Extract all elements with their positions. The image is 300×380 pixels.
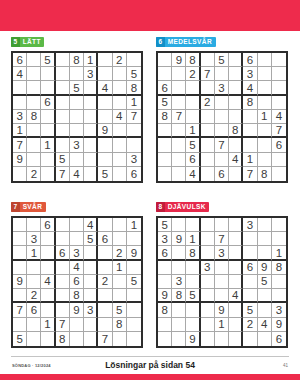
sudoku-cell: 4 [98,81,112,95]
sudoku-cell [215,332,229,346]
sudoku-cell [98,289,112,303]
sudoku-cell [98,110,112,124]
sudoku-cell: 1 [127,96,141,110]
sudoku-cell: 9 [258,261,272,275]
sudoku-cell: 2 [27,167,41,181]
sudoku-cell: 8 [70,289,84,303]
sudoku-cell [186,261,200,275]
sudoku-cell [56,53,70,67]
sudoku-grid-latt: 658124355486138471971395327456 [11,51,143,183]
sudoku-cell [158,332,172,346]
sudoku-cell [56,275,70,289]
sudoku-cell [229,275,243,289]
sudoku-cell [258,53,272,67]
sudoku-cell: 8 [158,303,172,317]
sudoku-cell [113,289,127,303]
sudoku-cell: 5 [258,275,272,289]
sudoku-cell [56,67,70,81]
sudoku-cell [84,81,98,95]
sudoku-cell [127,232,141,246]
sudoku-cell: 5 [84,232,98,246]
bottom-red-bar [0,374,300,380]
sudoku-cell [201,124,215,138]
sudoku-cell: 8 [272,261,286,275]
sudoku-cell: 3 [201,261,215,275]
sudoku-cell: 8 [27,110,41,124]
sudoku-cell [172,81,186,95]
sudoku-cell [41,81,55,95]
sudoku-cell [41,332,55,346]
sudoku-cell [186,218,200,232]
sudoku-cell [127,53,141,67]
sudoku-cell: 7 [127,110,141,124]
sudoku-cell: 8 [70,53,84,67]
sudoku-cell [201,232,215,246]
sudoku-cell [13,289,27,303]
sudoku-cell [272,153,286,167]
sudoku-cell [41,167,55,181]
sudoku-cell [27,53,41,67]
sudoku-cell [201,303,215,317]
sudoku-cell: 6 [272,332,286,346]
sudoku-cell: 2 [243,318,257,332]
sudoku-cell: 4 [243,81,257,95]
sudoku-cell [229,303,243,317]
sudoku-cell [98,67,112,81]
sudoku-cell [56,124,70,138]
sudoku-cell: 3 [215,246,229,260]
sudoku-cell [215,110,229,124]
sudoku-grid-medelsvar: 985627363452887141875766414678 [156,51,288,183]
sudoku-cell: 7 [215,138,229,152]
sudoku-cell [98,53,112,67]
sudoku-cell [113,275,127,289]
difficulty-label: SVÅR [20,202,46,212]
sudoku-cell: 3 [243,218,257,232]
sudoku-cell [215,289,229,303]
sudoku-cell [84,110,98,124]
sudoku-cell [158,138,172,152]
difficulty-number: 8 [156,202,165,212]
sudoku-grid-djavulsk: 533917683136983598548953124996 [156,216,288,348]
sudoku-cell: 1 [258,110,272,124]
sudoku-cell [172,332,186,346]
sudoku-cell: 4 [258,318,272,332]
sudoku-cell [186,81,200,95]
sudoku-cell [41,246,55,260]
sudoku-cell [258,124,272,138]
sudoku-cell [98,96,112,110]
sudoku-cell [258,232,272,246]
sudoku-cell [98,318,112,332]
sudoku-cell [172,124,186,138]
sudoku-cell [272,96,286,110]
sudoku-cell [201,275,215,289]
sudoku-cell [13,81,27,95]
sudoku-cell: 6 [70,275,84,289]
sudoku-cell [158,261,172,275]
sudoku-cell [272,232,286,246]
sudoku-cell [127,124,141,138]
difficulty-number: 7 [11,202,20,212]
sudoku-cell [84,153,98,167]
sudoku-cell: 8 [229,124,243,138]
sudoku-cell [56,232,70,246]
sudoku-cell [229,167,243,181]
sudoku-cell [27,96,41,110]
sudoku-cell [229,138,243,152]
sudoku-cell: 5 [98,167,112,181]
sudoku-cell [215,218,229,232]
sudoku-cell [27,332,41,346]
sudoku-cell: 7 [56,167,70,181]
sudoku-cell [70,124,84,138]
sudoku-cell [98,153,112,167]
sudoku-cell: 9 [215,303,229,317]
sudoku-cell [113,96,127,110]
sudoku-cell: 4 [84,218,98,232]
sudoku-cell [258,153,272,167]
sudoku-cell [215,275,229,289]
sudoku-cell [258,246,272,260]
sudoku-cell [229,110,243,124]
sudoku-cell [41,110,55,124]
sudoku-cell [201,332,215,346]
sudoku-cell [13,218,27,232]
sudoku-cell [201,153,215,167]
sudoku-cell [229,67,243,81]
sudoku-cell [201,318,215,332]
sudoku-cell [113,153,127,167]
sudoku-cell [13,232,27,246]
sudoku-cell [215,96,229,110]
sudoku-cell [70,232,84,246]
difficulty-label: MEDELSVÅR [165,37,216,47]
sudoku-cell [272,289,286,303]
sudoku-cell: 9 [272,318,286,332]
sudoku-cell [186,318,200,332]
sudoku-cell: 3 [127,153,141,167]
sudoku-cell [243,275,257,289]
sudoku-cell [172,246,186,260]
puzzles-area: 5 LÄTT 658124355486138471971395327456 6 … [11,37,288,348]
sudoku-cell [215,261,229,275]
sudoku-cell [27,67,41,81]
sudoku-cell [201,218,215,232]
sudoku-cell: 8 [172,289,186,303]
sudoku-cell: 5 [41,53,55,67]
sudoku-cell [113,124,127,138]
sudoku-cell [201,167,215,181]
sudoku-cell: 6 [41,96,55,110]
sudoku-cell [258,289,272,303]
sudoku-cell: 4 [70,167,84,181]
sudoku-cell: 9 [186,332,200,346]
sudoku-cell [201,110,215,124]
sudoku-cell [158,153,172,167]
sudoku-cell: 5 [158,96,172,110]
puzzle-latt: 5 LÄTT 658124355486138471971395327456 [11,37,143,183]
difficulty-badge-svar: 7 SVÅR [11,202,46,212]
sudoku-cell [13,167,27,181]
sudoku-cell [84,167,98,181]
sudoku-cell [70,218,84,232]
sudoku-cell: 2 [98,275,112,289]
sudoku-cell: 1 [113,261,127,275]
sudoku-cell: 3 [84,303,98,317]
sudoku-cell [84,124,98,138]
sudoku-cell [113,138,127,152]
sudoku-cell: 5 [127,67,141,81]
sudoku-cell: 7 [56,318,70,332]
sudoku-cell [70,318,84,332]
sudoku-cell [272,218,286,232]
sudoku-cell: 3 [70,246,84,260]
sudoku-cell: 8 [243,96,257,110]
difficulty-number: 6 [156,37,165,47]
sudoku-cell [127,318,141,332]
sudoku-cell: 9 [98,124,112,138]
sudoku-cell [13,96,27,110]
sudoku-cell [201,53,215,67]
puzzle-svar: 7 SVÅR 6413561632941946252876935178587 [11,202,143,348]
sudoku-cell [127,332,141,346]
sudoku-cell: 9 [172,53,186,67]
sudoku-cell [13,246,27,260]
sudoku-cell [84,96,98,110]
sudoku-cell: 4 [41,275,55,289]
sudoku-cell [27,275,41,289]
sudoku-cell [27,261,41,275]
sudoku-cell [215,124,229,138]
sudoku-cell [56,289,70,303]
sudoku-cell [158,167,172,181]
sudoku-cell: 4 [229,289,243,303]
sudoku-cell: 9 [127,246,141,260]
sudoku-cell [56,261,70,275]
sudoku-cell [70,110,84,124]
sudoku-cell [243,246,257,260]
sudoku-cell [27,138,41,152]
sudoku-cell [41,232,55,246]
sudoku-cell [127,303,141,317]
sudoku-cell: 9 [70,303,84,317]
difficulty-badge-medelsvar: 6 MEDELSVÅR [156,37,216,47]
sudoku-cell: 5 [56,153,70,167]
sudoku-cell: 6 [243,261,257,275]
sudoku-cell [70,67,84,81]
sudoku-cell: 2 [201,96,215,110]
sudoku-cell [229,332,243,346]
sudoku-cell [172,96,186,110]
sudoku-cell [158,67,172,81]
sudoku-cell: 7 [13,138,27,152]
sudoku-cell: 6 [243,53,257,67]
sudoku-cell [172,261,186,275]
sudoku-cell [127,138,141,152]
sudoku-cell: 4 [229,153,243,167]
sudoku-cell [243,124,257,138]
sudoku-cell: 6 [272,138,286,152]
sudoku-cell: 3 [215,81,229,95]
sudoku-cell: 9 [158,289,172,303]
sudoku-cell [98,261,112,275]
sudoku-cell [41,153,55,167]
sudoku-cell [56,110,70,124]
sudoku-cell: 5 [158,218,172,232]
sudoku-cell [41,124,55,138]
sudoku-cell: 5 [113,303,127,317]
sudoku-cell [70,332,84,346]
sudoku-cell: 6 [186,153,200,167]
sudoku-cell: 1 [243,153,257,167]
sudoku-cell [172,138,186,152]
sudoku-cell: 7 [215,232,229,246]
sudoku-cell [27,218,41,232]
sudoku-cell [258,81,272,95]
sudoku-cell: 7 [201,67,215,81]
sudoku-cell: 5 [243,303,257,317]
sudoku-cell: 5 [127,275,141,289]
sudoku-cell: 1 [272,246,286,260]
sudoku-cell [186,110,200,124]
sudoku-cell [127,261,141,275]
solutions-note: Lösningar på sidan 54 [11,360,289,370]
sudoku-cell: 8 [127,81,141,95]
sudoku-cell: 1 [186,232,200,246]
sudoku-cell [70,96,84,110]
sudoku-cell [243,289,257,303]
sudoku-cell: 8 [186,53,200,67]
sudoku-cell: 3 [70,138,84,152]
sudoku-cell [243,232,257,246]
sudoku-cell [272,167,286,181]
sudoku-cell: 7 [172,110,186,124]
sudoku-cell [41,261,55,275]
sudoku-cell: 7 [13,303,27,317]
sudoku-cell: 2 [27,289,41,303]
sudoku-cell [13,261,27,275]
sudoku-cell: 8 [56,332,70,346]
sudoku-cell [56,218,70,232]
difficulty-label: DJÄVULSK [165,202,210,212]
sudoku-cell: 3 [84,67,98,81]
sudoku-cell: 1 [215,318,229,332]
sudoku-cell [158,275,172,289]
sudoku-cell [98,303,112,317]
sudoku-cell [215,153,229,167]
difficulty-number: 5 [11,37,20,47]
sudoku-cell: 3 [272,303,286,317]
sudoku-cell: 9 [172,232,186,246]
sudoku-cell: 5 [186,289,200,303]
sudoku-cell [229,318,243,332]
sudoku-cell: 9 [13,153,27,167]
sudoku-cell [84,246,98,260]
sudoku-cell: 4 [272,110,286,124]
sudoku-cell: 3 [243,67,257,81]
sudoku-cell [258,67,272,81]
sudoku-page: 5 LÄTT 658124355486138471971395327456 6 … [0,0,300,380]
sudoku-cell [84,275,98,289]
sudoku-cell [41,289,55,303]
sudoku-cell [158,124,172,138]
sudoku-cell [172,318,186,332]
sudoku-cell [229,218,243,232]
sudoku-cell: 4 [186,167,200,181]
sudoku-cell [229,232,243,246]
sudoku-cell [27,124,41,138]
sudoku-cell [27,153,41,167]
sudoku-cell [258,332,272,346]
sudoku-cell [172,153,186,167]
puzzle-djavulsk: 8 DJÄVULSK 53391768313698359854895312499… [156,202,288,348]
sudoku-cell [272,81,286,95]
sudoku-cell: 6 [98,232,112,246]
sudoku-cell [272,53,286,67]
sudoku-cell: 9 [13,275,27,289]
sudoku-cell [243,138,257,152]
top-red-bar [0,0,300,31]
sudoku-cell [229,261,243,275]
sudoku-cell: 5 [186,138,200,152]
sudoku-cell [272,275,286,289]
sudoku-cell: 6 [13,53,27,67]
sudoku-cell [113,218,127,232]
sudoku-cell: 8 [186,246,200,260]
sudoku-cell [84,332,98,346]
sudoku-cell: 5 [215,53,229,67]
sudoku-cell: 8 [158,110,172,124]
sudoku-cell: 5 [13,332,27,346]
page-number: 41 [283,363,288,368]
sudoku-cell [258,138,272,152]
sudoku-cell [258,96,272,110]
sudoku-cell [98,246,112,260]
sudoku-cell: 6 [127,167,141,181]
sudoku-cell [172,218,186,232]
sudoku-cell [56,81,70,95]
sudoku-cell [98,218,112,232]
page-footer: SÖNDAG · 12/2024 Lösningar på sidan 54 4… [11,356,289,373]
difficulty-badge-latt: 5 LÄTT [11,37,44,47]
sudoku-cell [41,67,55,81]
sudoku-cell [84,261,98,275]
sudoku-grid-svar: 6413561632941946252876935178587 [11,216,143,348]
sudoku-cell [243,332,257,346]
sudoku-cell [186,303,200,317]
sudoku-cell [186,275,200,289]
sudoku-cell [113,81,127,95]
sudoku-cell: 3 [172,275,186,289]
sudoku-cell: 1 [27,246,41,260]
difficulty-label: LÄTT [20,37,45,47]
sudoku-cell: 7 [98,332,112,346]
sudoku-cell [186,96,200,110]
sudoku-cell [229,81,243,95]
sudoku-cell: 6 [27,303,41,317]
sudoku-cell: 1 [186,124,200,138]
sudoku-cell [27,318,41,332]
sudoku-cell [158,318,172,332]
sudoku-cell [172,303,186,317]
sudoku-cell [27,81,41,95]
sudoku-cell [70,153,84,167]
sudoku-cell: 2 [113,53,127,67]
sudoku-cell: 4 [13,67,27,81]
sudoku-cell [56,96,70,110]
sudoku-cell: 1 [13,124,27,138]
